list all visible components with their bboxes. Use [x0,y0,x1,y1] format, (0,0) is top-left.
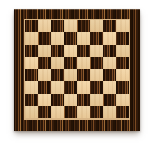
board-square [64,106,77,118]
board-square [90,20,103,32]
board-square [77,106,90,118]
board-square [51,20,64,32]
board-inlay-line [24,19,130,120]
board-square [64,69,77,81]
board-square [77,32,90,44]
board-square [64,57,77,69]
board-square [77,94,90,106]
board-square [38,106,51,118]
board-square [64,32,77,44]
board-square [38,57,51,69]
board-square [25,94,38,106]
board-square [25,45,38,57]
board-square [51,45,64,57]
board-square [64,20,77,32]
board-square [77,45,90,57]
board-playing-field [25,20,129,118]
board-square [116,69,129,81]
board-square [116,94,129,106]
board-square [116,20,129,32]
board-square [25,32,38,44]
board-square [38,20,51,32]
board-square [64,45,77,57]
board-square [64,94,77,106]
board-square [51,81,64,93]
board-square [51,32,64,44]
board-square [51,94,64,106]
board-square [90,57,103,69]
board-square [116,32,129,44]
board-square [77,69,90,81]
board-square [77,20,90,32]
board-square [90,69,103,81]
board-square [116,57,129,69]
board-square [51,57,64,69]
board-square [90,106,103,118]
board-square [103,20,116,32]
board-square [103,81,116,93]
board-square [116,106,129,118]
board-square [38,81,51,93]
board-square [51,106,64,118]
board-square [103,45,116,57]
board-square [38,94,51,106]
board-square [103,94,116,106]
board-square [38,69,51,81]
board-square [77,81,90,93]
board-square [90,32,103,44]
board-square [90,45,103,57]
board-square [25,69,38,81]
board-square [116,45,129,57]
chess-board [14,9,140,131]
board-square [116,81,129,93]
board-square [25,106,38,118]
board-square [25,57,38,69]
photo-background [0,0,150,150]
board-square [64,81,77,93]
board-square [103,69,116,81]
board-square [103,32,116,44]
board-square [77,57,90,69]
board-square [103,57,116,69]
board-square [38,45,51,57]
board-square [38,32,51,44]
board-square [103,106,116,118]
board-square [90,94,103,106]
board-square [90,81,103,93]
board-square [25,81,38,93]
board-square [25,20,38,32]
board-square [51,69,64,81]
